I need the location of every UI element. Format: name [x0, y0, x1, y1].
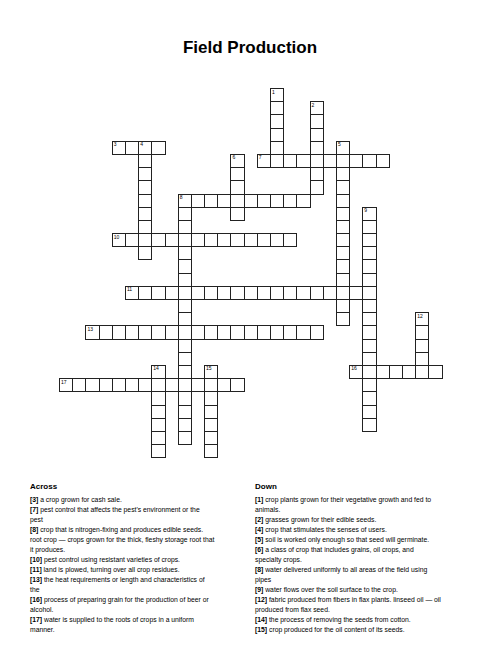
grid-cell[interactable] — [336, 194, 350, 208]
grid-cell[interactable] — [336, 273, 350, 287]
grid-cell[interactable] — [165, 286, 179, 300]
grid-cell[interactable] — [191, 194, 205, 208]
clue-text: crop plants grown for their vegetative g… — [255, 496, 431, 513]
grid-cell[interactable] — [310, 154, 324, 168]
grid-cell[interactable] — [270, 128, 284, 142]
grid-cell[interactable]: 5 — [336, 141, 350, 155]
grid-cell[interactable] — [310, 128, 324, 142]
grid-cell[interactable] — [204, 233, 218, 247]
grid-cell[interactable]: 12 — [415, 312, 429, 326]
grid-cell[interactable] — [178, 220, 192, 234]
grid-cell[interactable] — [230, 286, 244, 300]
grid-cell[interactable] — [191, 286, 205, 300]
grid-cell[interactable] — [112, 378, 126, 392]
grid-cell[interactable] — [204, 194, 218, 208]
grid-cell[interactable] — [270, 141, 284, 155]
grid-cell[interactable] — [217, 233, 231, 247]
grid-cell[interactable] — [415, 352, 429, 366]
grid-cell[interactable] — [204, 378, 218, 392]
grid-cell[interactable] — [217, 378, 231, 392]
across-clues-column: Across [3] a crop grown for cash sale.[7… — [30, 482, 253, 635]
grid-cell[interactable] — [336, 167, 350, 181]
grid-cell[interactable] — [270, 101, 284, 115]
grid-cell[interactable] — [165, 378, 179, 392]
down-clue-list: [1] crop plants grown for their vegetati… — [255, 495, 478, 635]
clue-item: [17] water is supplied to the roots of c… — [30, 615, 253, 635]
grid-cell[interactable] — [204, 325, 218, 339]
grid-cell[interactable] — [362, 325, 376, 339]
grid-cell[interactable] — [204, 286, 218, 300]
cell-number: 16 — [351, 366, 357, 371]
grid-cell[interactable] — [296, 286, 310, 300]
grid-cell[interactable] — [336, 312, 350, 326]
grid-cell[interactable] — [310, 167, 324, 181]
clue-number-label: [11] — [30, 566, 42, 573]
clue-text: process of preparing grain for the produ… — [30, 596, 209, 613]
clue-item: [3] a crop grown for cash sale. — [30, 495, 253, 505]
clue-item: [1] crop plants grown for their vegetati… — [255, 495, 478, 515]
cell-number: 14 — [153, 366, 159, 371]
grid-cell[interactable]: 3 — [112, 141, 126, 155]
grid-cell[interactable] — [178, 273, 192, 287]
grid-cell[interactable] — [217, 194, 231, 208]
grid-cell[interactable] — [349, 154, 363, 168]
grid-cell[interactable] — [178, 233, 192, 247]
grid-cell[interactable] — [178, 339, 192, 353]
grid-cell[interactable] — [310, 325, 324, 339]
grid-cell[interactable] — [151, 405, 165, 419]
clue-item: [13] the heat requirements or length and… — [30, 575, 253, 595]
grid-cell[interactable] — [362, 246, 376, 260]
grid-cell[interactable] — [230, 325, 244, 339]
clue-item: [8] crop that is nitrogen-fixing and pro… — [30, 525, 253, 555]
grid-cell[interactable] — [230, 233, 244, 247]
grid-cell[interactable] — [138, 233, 152, 247]
clue-text: crop that stimulates the senses of users… — [263, 526, 387, 533]
cell-number: 3 — [114, 142, 117, 147]
clue-text: water is supplied to the roots of crops … — [30, 616, 194, 633]
grid-cell[interactable] — [178, 405, 192, 419]
grid-cell[interactable] — [270, 114, 284, 128]
grid-cell[interactable] — [389, 365, 403, 379]
clue-number-label: [12] — [255, 596, 267, 603]
grid-cell[interactable] — [204, 431, 218, 445]
grid-cell[interactable]: 9 — [362, 207, 376, 221]
clue-text: a crop grown for cash sale. — [38, 496, 122, 503]
grid-cell[interactable] — [151, 418, 165, 432]
grid-cell[interactable] — [270, 194, 284, 208]
across-heading: Across — [30, 482, 253, 491]
grid-cell[interactable] — [125, 233, 139, 247]
grid-cell[interactable] — [362, 220, 376, 234]
cell-number: 17 — [61, 380, 67, 385]
grid-cell[interactable] — [362, 154, 376, 168]
grid-cell[interactable] — [283, 233, 297, 247]
grid-cell[interactable] — [244, 194, 258, 208]
clue-number-label: [14] — [255, 616, 267, 623]
grid-cell[interactable] — [362, 352, 376, 366]
grid-cell[interactable] — [296, 325, 310, 339]
grid-cell[interactable] — [178, 431, 192, 445]
grid-cell[interactable] — [270, 233, 284, 247]
grid-cell[interactable] — [138, 154, 152, 168]
cell-number: 9 — [364, 208, 367, 213]
grid-cell[interactable] — [151, 233, 165, 247]
grid-cell[interactable] — [191, 378, 205, 392]
grid-cell[interactable]: 16 — [349, 365, 363, 379]
grid-cell[interactable] — [151, 431, 165, 445]
grid-cell[interactable] — [178, 325, 192, 339]
cell-number: 12 — [417, 314, 423, 319]
cell-number: 15 — [206, 366, 212, 371]
cell-number: 4 — [140, 142, 143, 147]
grid-cell[interactable] — [336, 246, 350, 260]
clue-text: the heat requirements or length and char… — [30, 576, 205, 593]
grid-cell[interactable] — [151, 286, 165, 300]
grid-cell[interactable] — [376, 365, 390, 379]
grid-cell[interactable] — [257, 233, 271, 247]
grid-cell[interactable]: 10 — [112, 233, 126, 247]
down-heading: Down — [255, 482, 478, 491]
grid-cell[interactable] — [362, 299, 376, 313]
grid-cell[interactable] — [125, 325, 139, 339]
grid-cell[interactable] — [178, 246, 192, 260]
grid-cell[interactable] — [336, 299, 350, 313]
clue-item: [9] water flows over the soil surface to… — [255, 585, 478, 595]
grid-cell[interactable] — [362, 365, 376, 379]
grid-cell[interactable] — [99, 325, 113, 339]
grid-cell[interactable] — [204, 391, 218, 405]
grid-cell[interactable] — [230, 167, 244, 181]
clue-text: water flows over the soil surface to the… — [263, 586, 398, 593]
grid-cell[interactable]: 4 — [138, 141, 152, 155]
grid-cell[interactable] — [323, 286, 337, 300]
grid-cell[interactable] — [283, 154, 297, 168]
grid-cell[interactable] — [402, 365, 416, 379]
grid-cell[interactable] — [125, 378, 139, 392]
grid-cell[interactable] — [283, 325, 297, 339]
grid-cell[interactable] — [415, 339, 429, 353]
clue-item: [6] a class of crop that includes grains… — [255, 545, 478, 565]
grid-cell[interactable] — [178, 352, 192, 366]
grid-cell[interactable] — [230, 207, 244, 221]
clue-text: the process of removing the seeds from c… — [267, 616, 411, 623]
grid-cell[interactable] — [138, 220, 152, 234]
grid-cell[interactable] — [138, 378, 152, 392]
grid-cell[interactable] — [336, 154, 350, 168]
grid-cell[interactable] — [362, 273, 376, 287]
grid-cell[interactable] — [138, 286, 152, 300]
grid-cell[interactable] — [362, 339, 376, 353]
cell-number: 6 — [232, 155, 235, 160]
cell-number: 8 — [180, 195, 183, 200]
grid-cell[interactable] — [204, 405, 218, 419]
cell-number: 5 — [338, 142, 341, 147]
clue-item: [12] fabric produced from fibers in flax… — [255, 595, 478, 615]
grid-cell[interactable] — [257, 286, 271, 300]
cell-number: 1 — [272, 90, 275, 95]
clue-text: grasses grown for their edible seeds. — [263, 516, 376, 523]
clue-number-label: [13] — [30, 576, 42, 583]
grid-cell[interactable] — [349, 286, 363, 300]
grid-cell[interactable] — [178, 378, 192, 392]
clue-item: [5] soil is worked only enough so that s… — [255, 535, 478, 545]
grid-cell[interactable] — [178, 418, 192, 432]
grid-cell[interactable] — [204, 444, 218, 458]
cell-number: 11 — [127, 287, 132, 292]
grid-cell[interactable] — [151, 444, 165, 458]
clue-item: [7] pest control that affects the pest's… — [30, 505, 253, 525]
grid-cell[interactable] — [362, 378, 376, 392]
grid-cell[interactable] — [204, 418, 218, 432]
grid-cell[interactable] — [138, 167, 152, 181]
grid-cell[interactable]: 13 — [85, 325, 99, 339]
grid-cell[interactable] — [415, 325, 429, 339]
clue-item: [8] water delivered uniformly to all are… — [255, 565, 478, 585]
clue-text: soil is worked only enough so that seed … — [263, 536, 429, 543]
grid-cell[interactable] — [362, 405, 376, 419]
grid-cell[interactable] — [336, 180, 350, 194]
across-clue-list: [3] a crop grown for cash sale.[7] pest … — [30, 495, 253, 635]
grid-cell[interactable]: 7 — [257, 154, 271, 168]
clue-text: fabric produced from fibers in flax plan… — [255, 596, 441, 613]
clue-text: crop that is nitrogen-fixing and produce… — [30, 526, 214, 553]
clue-number-label: [10] — [30, 556, 42, 563]
grid-cell[interactable] — [178, 391, 192, 405]
grid-cell[interactable] — [165, 325, 179, 339]
grid-cell[interactable] — [217, 286, 231, 300]
grid-cell[interactable] — [138, 325, 152, 339]
cell-number: 13 — [87, 327, 93, 332]
grid-cell[interactable] — [415, 365, 429, 379]
grid-cell[interactable] — [257, 325, 271, 339]
clue-item: [14] the process of removing the seeds f… — [255, 615, 478, 625]
grid-cell[interactable] — [138, 180, 152, 194]
grid-cell[interactable] — [178, 365, 192, 379]
grid-cell[interactable]: 14 — [151, 365, 165, 379]
grid-cell[interactable] — [283, 286, 297, 300]
grid-cell[interactable] — [336, 220, 350, 234]
grid-cell[interactable] — [336, 233, 350, 247]
grid-cell[interactable] — [362, 418, 376, 432]
grid-cell[interactable] — [191, 325, 205, 339]
grid-cell[interactable]: 2 — [310, 101, 324, 115]
clue-number-label: [17] — [30, 616, 42, 623]
clue-item: [15] crop produced for the oil content o… — [255, 625, 478, 635]
grid-cell[interactable]: 8 — [178, 194, 192, 208]
grid-cell[interactable] — [270, 325, 284, 339]
cell-number: 7 — [259, 155, 262, 160]
grid-cell[interactable]: 1 — [270, 88, 284, 102]
grid-cell[interactable] — [178, 259, 192, 273]
down-clues-column: Down [1] crop plants grown for their veg… — [255, 482, 478, 635]
cell-number: 10 — [114, 235, 120, 240]
grid-cell[interactable]: 6 — [230, 154, 244, 168]
grid-cell[interactable] — [283, 194, 297, 208]
grid-cell[interactable] — [362, 312, 376, 326]
grid-cell[interactable] — [362, 233, 376, 247]
grid-cell[interactable] — [138, 207, 152, 221]
clue-item: [4] crop that stimulates the senses of u… — [255, 525, 478, 535]
grid-cell[interactable] — [151, 141, 165, 155]
grid-cell[interactable] — [165, 233, 179, 247]
clue-text: a class of crop that includes grains, oi… — [255, 546, 414, 563]
grid-cell[interactable] — [257, 194, 271, 208]
clue-text: pest control using resistant varieties o… — [42, 556, 180, 563]
grid-cell[interactable] — [244, 233, 258, 247]
clue-item: [2] grasses grown for their edible seeds… — [255, 515, 478, 525]
clue-number-label: [15] — [255, 626, 267, 633]
grid-cell[interactable] — [138, 246, 152, 260]
grid-cell[interactable] — [336, 207, 350, 221]
clue-item: [16] process of preparing grain for the … — [30, 595, 253, 615]
clue-number-label: [16] — [30, 596, 42, 603]
grid-cell[interactable] — [270, 286, 284, 300]
clue-text: pest control that affects the pest's env… — [30, 506, 200, 523]
grid-cell[interactable] — [151, 325, 165, 339]
cell-number: 2 — [312, 103, 315, 108]
grid-cell[interactable] — [230, 194, 244, 208]
grid-cell[interactable] — [217, 325, 231, 339]
grid-cell[interactable] — [85, 378, 99, 392]
grid-cell[interactable] — [428, 365, 442, 379]
grid-cell[interactable] — [244, 286, 258, 300]
grid-cell[interactable] — [310, 114, 324, 128]
grid-cell[interactable] — [191, 233, 205, 247]
grid-cell[interactable] — [151, 391, 165, 405]
grid-cell[interactable] — [296, 194, 310, 208]
clue-text: crop produced for the oil content of its… — [267, 626, 405, 633]
grid-cell[interactable] — [310, 141, 324, 155]
grid-cell[interactable]: 17 — [59, 378, 73, 392]
page-title: Field Production — [0, 37, 500, 58]
grid-cell[interactable] — [362, 259, 376, 273]
grid-cell[interactable] — [336, 259, 350, 273]
grid-cell[interactable]: 15 — [204, 365, 218, 379]
worksheet-page: Field Production 12345678910111213141516… — [0, 0, 500, 647]
grid-cell[interactable] — [99, 378, 113, 392]
grid-cell[interactable] — [310, 286, 324, 300]
grid-cell[interactable] — [138, 194, 152, 208]
grid-cell[interactable] — [230, 378, 244, 392]
grid-cell[interactable] — [178, 207, 192, 221]
grid-cell[interactable] — [244, 325, 258, 339]
grid-cell[interactable] — [125, 141, 139, 155]
clue-item: [10] pest control using resistant variet… — [30, 555, 253, 565]
clue-item: [11] land is plowed, turning over all cr… — [30, 565, 253, 575]
clue-text: land is plowed, turning over all crop re… — [42, 566, 180, 573]
grid-cell[interactable] — [376, 154, 390, 168]
grid-cell[interactable] — [72, 378, 86, 392]
grid-cell[interactable]: 11 — [125, 286, 139, 300]
grid-cell[interactable] — [323, 154, 337, 168]
grid-cell[interactable] — [178, 299, 192, 313]
grid-cell[interactable] — [296, 154, 310, 168]
grid-cell[interactable] — [336, 286, 350, 300]
grid-cell[interactable] — [112, 325, 126, 339]
grid-cell[interactable] — [151, 378, 165, 392]
grid-cell[interactable] — [230, 180, 244, 194]
clue-text: water delivered uniformly to all areas o… — [255, 566, 427, 583]
grid-cell[interactable] — [270, 154, 284, 168]
grid-cell[interactable] — [310, 180, 324, 194]
grid-cell[interactable] — [178, 312, 192, 326]
grid-cell[interactable] — [362, 391, 376, 405]
grid-cell[interactable] — [178, 286, 192, 300]
grid-cell[interactable] — [362, 286, 376, 300]
